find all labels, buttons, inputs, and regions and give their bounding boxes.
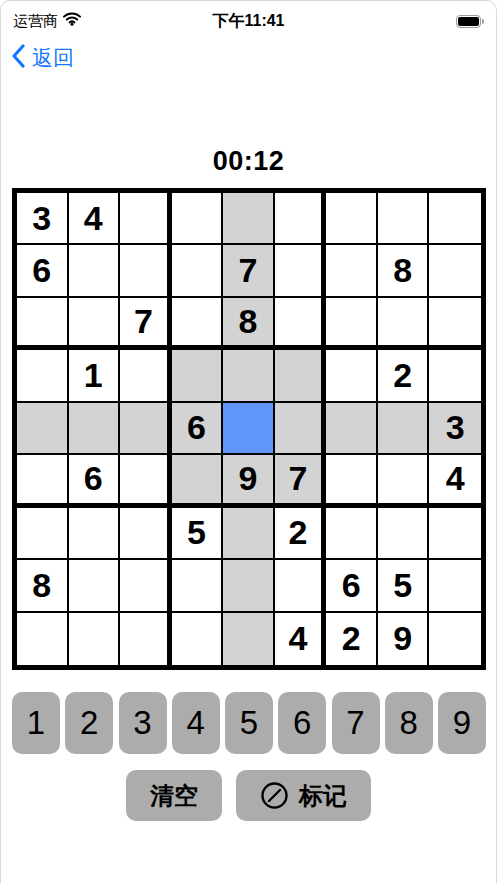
sudoku-cell[interactable]: 8 bbox=[378, 245, 430, 297]
sudoku-cell[interactable] bbox=[17, 508, 69, 560]
sudoku-cell[interactable]: 4 bbox=[429, 455, 481, 507]
sudoku-cell[interactable]: 9 bbox=[223, 455, 275, 507]
sudoku-cell[interactable] bbox=[17, 350, 69, 402]
sudoku-cell[interactable] bbox=[326, 350, 378, 402]
numpad-key-4[interactable]: 4 bbox=[172, 692, 220, 754]
numpad-key-7[interactable]: 7 bbox=[332, 692, 380, 754]
numpad-key-1[interactable]: 1 bbox=[12, 692, 60, 754]
sudoku-cell[interactable]: 3 bbox=[429, 403, 481, 455]
sudoku-cell[interactable] bbox=[223, 508, 275, 560]
wifi-icon bbox=[63, 12, 81, 30]
sudoku-cell[interactable] bbox=[223, 560, 275, 612]
back-button[interactable]: 返回 bbox=[11, 44, 74, 72]
sudoku-cell[interactable] bbox=[378, 455, 430, 507]
sudoku-cell[interactable] bbox=[69, 613, 121, 665]
sudoku-cell[interactable] bbox=[378, 403, 430, 455]
sudoku-cell[interactable] bbox=[120, 245, 172, 297]
sudoku-cell[interactable] bbox=[275, 193, 327, 245]
clear-button[interactable]: 清空 bbox=[126, 770, 222, 821]
sudoku-cell[interactable] bbox=[275, 403, 327, 455]
sudoku-cell[interactable]: 6 bbox=[326, 560, 378, 612]
sudoku-cell[interactable]: 7 bbox=[120, 298, 172, 350]
sudoku-cell[interactable]: 7 bbox=[223, 245, 275, 297]
mark-button[interactable]: 标记 bbox=[236, 770, 371, 821]
sudoku-cell[interactable] bbox=[120, 508, 172, 560]
numpad-key-9[interactable]: 9 bbox=[438, 692, 486, 754]
sudoku-cell[interactable] bbox=[172, 455, 224, 507]
sudoku-cell[interactable] bbox=[429, 350, 481, 402]
sudoku-cell[interactable] bbox=[172, 350, 224, 402]
mark-label: 标记 bbox=[299, 780, 347, 812]
sudoku-cell[interactable]: 6 bbox=[172, 403, 224, 455]
sudoku-cell[interactable]: 2 bbox=[275, 508, 327, 560]
sudoku-cell[interactable] bbox=[326, 455, 378, 507]
sudoku-cell[interactable] bbox=[429, 298, 481, 350]
sudoku-cell[interactable]: 1 bbox=[69, 350, 121, 402]
sudoku-board: 34678781263697452865429 bbox=[12, 188, 486, 670]
sudoku-cell[interactable]: 8 bbox=[17, 560, 69, 612]
sudoku-cell[interactable] bbox=[69, 560, 121, 612]
sudoku-cell[interactable] bbox=[275, 350, 327, 402]
numpad-key-8[interactable]: 8 bbox=[385, 692, 433, 754]
sudoku-cell[interactable] bbox=[172, 560, 224, 612]
numpad-key-2[interactable]: 2 bbox=[65, 692, 113, 754]
sudoku-cell[interactable] bbox=[120, 455, 172, 507]
sudoku-cell[interactable] bbox=[120, 193, 172, 245]
sudoku-cell[interactable] bbox=[326, 298, 378, 350]
sudoku-cell[interactable] bbox=[378, 193, 430, 245]
sudoku-cell[interactable] bbox=[223, 350, 275, 402]
chevron-left-icon bbox=[11, 44, 25, 72]
sudoku-cell[interactable] bbox=[172, 193, 224, 245]
sudoku-cell[interactable]: 6 bbox=[69, 455, 121, 507]
sudoku-cell[interactable]: 7 bbox=[275, 455, 327, 507]
sudoku-cell[interactable] bbox=[17, 613, 69, 665]
sudoku-cell[interactable] bbox=[17, 455, 69, 507]
sudoku-cell[interactable]: 9 bbox=[378, 613, 430, 665]
sudoku-cell[interactable] bbox=[120, 560, 172, 612]
sudoku-cell[interactable] bbox=[17, 403, 69, 455]
sudoku-cell[interactable] bbox=[429, 508, 481, 560]
numpad-key-5[interactable]: 5 bbox=[225, 692, 273, 754]
sudoku-cell[interactable] bbox=[275, 298, 327, 350]
sudoku-cell[interactable] bbox=[120, 350, 172, 402]
sudoku-cell[interactable]: 2 bbox=[378, 350, 430, 402]
sudoku-cell[interactable] bbox=[69, 245, 121, 297]
sudoku-cell[interactable] bbox=[172, 298, 224, 350]
sudoku-cell[interactable] bbox=[223, 193, 275, 245]
sudoku-cell[interactable] bbox=[326, 508, 378, 560]
sudoku-cell[interactable]: 5 bbox=[378, 560, 430, 612]
sudoku-cell[interactable] bbox=[429, 613, 481, 665]
status-bar: 运营商 下午11:41 bbox=[1, 1, 496, 35]
sudoku-cell[interactable] bbox=[120, 403, 172, 455]
carrier-label: 运营商 bbox=[13, 12, 58, 31]
sudoku-cell-selected[interactable] bbox=[223, 403, 275, 455]
carrier-wrap: 运营商 bbox=[13, 12, 81, 31]
sudoku-cell[interactable] bbox=[429, 193, 481, 245]
sudoku-cell[interactable]: 8 bbox=[223, 298, 275, 350]
sudoku-cell[interactable] bbox=[69, 508, 121, 560]
sudoku-cell[interactable]: 2 bbox=[326, 613, 378, 665]
sudoku-cell[interactable] bbox=[326, 403, 378, 455]
sudoku-cell[interactable] bbox=[429, 245, 481, 297]
numpad-key-6[interactable]: 6 bbox=[278, 692, 326, 754]
slash-circle-icon bbox=[260, 781, 289, 810]
sudoku-cell[interactable] bbox=[378, 508, 430, 560]
sudoku-cell[interactable] bbox=[120, 613, 172, 665]
sudoku-cell[interactable] bbox=[69, 403, 121, 455]
nav-bar: 返回 bbox=[1, 35, 496, 75]
back-label: 返回 bbox=[32, 44, 74, 72]
clear-label: 清空 bbox=[150, 780, 198, 812]
app-screen: 运营商 下午11:41 返回 bbox=[0, 0, 497, 883]
sudoku-cell[interactable]: 6 bbox=[17, 245, 69, 297]
numpad-key-3[interactable]: 3 bbox=[119, 692, 167, 754]
sudoku-cell[interactable]: 3 bbox=[17, 193, 69, 245]
sudoku-cell[interactable] bbox=[275, 245, 327, 297]
sudoku-cell[interactable]: 5 bbox=[172, 508, 224, 560]
sudoku-cell[interactable]: 4 bbox=[275, 613, 327, 665]
sudoku-cell[interactable] bbox=[69, 298, 121, 350]
sudoku-cell[interactable] bbox=[378, 298, 430, 350]
battery-icon bbox=[456, 15, 484, 28]
sudoku-cell[interactable] bbox=[172, 245, 224, 297]
sudoku-cell[interactable] bbox=[275, 560, 327, 612]
sudoku-cell[interactable] bbox=[429, 560, 481, 612]
sudoku-cell[interactable] bbox=[326, 245, 378, 297]
sudoku-cell[interactable] bbox=[172, 613, 224, 665]
sudoku-cell[interactable]: 4 bbox=[69, 193, 121, 245]
sudoku-cell[interactable] bbox=[326, 193, 378, 245]
game-timer: 00:12 bbox=[1, 145, 496, 177]
action-bar: 清空 标记 bbox=[1, 770, 496, 821]
sudoku-cell[interactable] bbox=[17, 298, 69, 350]
number-pad: 123456789 bbox=[12, 692, 486, 754]
sudoku-cell[interactable] bbox=[223, 613, 275, 665]
